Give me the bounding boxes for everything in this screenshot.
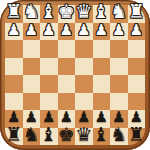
square[interactable] xyxy=(40,75,58,93)
board-frame: ♜♞♝♚♛♝♞♜♟♟♟♟♟♟♟♟♟♟♟♟♟♟♟♟♜♞♝♚♛♝♞♜ xyxy=(0,0,150,150)
square[interactable] xyxy=(110,58,128,76)
square[interactable]: ♞ xyxy=(110,128,128,146)
square[interactable] xyxy=(110,75,128,93)
square[interactable]: ♟ xyxy=(5,23,23,41)
square[interactable] xyxy=(75,40,93,58)
black-rook[interactable]: ♜ xyxy=(128,125,145,144)
square[interactable] xyxy=(58,40,76,58)
square[interactable] xyxy=(110,40,128,58)
square[interactable] xyxy=(93,58,111,76)
chess-board: ♜♞♝♚♛♝♞♜♟♟♟♟♟♟♟♟♟♟♟♟♟♟♟♟♜♞♝♚♛♝♞♜ xyxy=(5,5,145,145)
square[interactable]: ♟ xyxy=(75,23,93,41)
square[interactable]: ♚ xyxy=(58,5,76,23)
white-pawn[interactable]: ♟ xyxy=(95,23,108,38)
black-queen[interactable]: ♛ xyxy=(75,125,92,144)
square[interactable]: ♟ xyxy=(23,23,41,41)
white-pawn[interactable]: ♟ xyxy=(25,23,38,38)
square[interactable] xyxy=(5,40,23,58)
white-pawn[interactable]: ♟ xyxy=(60,23,73,38)
square[interactable] xyxy=(128,40,146,58)
white-pawn[interactable]: ♟ xyxy=(77,23,90,38)
square[interactable] xyxy=(58,58,76,76)
square[interactable] xyxy=(75,75,93,93)
black-knight[interactable]: ♞ xyxy=(23,125,40,144)
square[interactable]: ♚ xyxy=(58,128,76,146)
square[interactable]: ♝ xyxy=(40,128,58,146)
square[interactable]: ♜ xyxy=(128,128,146,146)
square[interactable]: ♟ xyxy=(58,23,76,41)
square[interactable]: ♞ xyxy=(110,5,128,23)
square[interactable] xyxy=(93,75,111,93)
square[interactable] xyxy=(23,58,41,76)
square[interactable]: ♞ xyxy=(23,128,41,146)
square[interactable]: ♜ xyxy=(5,5,23,23)
white-knight[interactable]: ♞ xyxy=(23,2,40,21)
square[interactable] xyxy=(23,40,41,58)
square[interactable]: ♟ xyxy=(128,23,146,41)
square[interactable] xyxy=(128,58,146,76)
chess-app-icon: ♜♞♝♚♛♝♞♜♟♟♟♟♟♟♟♟♟♟♟♟♟♟♟♟♜♞♝♚♛♝♞♜ xyxy=(0,0,150,150)
square[interactable]: ♜ xyxy=(128,5,146,23)
white-pawn[interactable]: ♟ xyxy=(42,23,55,38)
white-rook[interactable]: ♜ xyxy=(5,2,22,21)
square[interactable]: ♟ xyxy=(40,23,58,41)
square[interactable] xyxy=(128,75,146,93)
square[interactable] xyxy=(40,58,58,76)
white-pawn[interactable]: ♟ xyxy=(7,23,20,38)
white-bishop[interactable]: ♝ xyxy=(93,2,110,21)
white-knight[interactable]: ♞ xyxy=(110,2,127,21)
square[interactable] xyxy=(5,75,23,93)
square[interactable]: ♞ xyxy=(23,5,41,23)
square[interactable] xyxy=(58,75,76,93)
white-rook[interactable]: ♜ xyxy=(128,2,145,21)
square[interactable]: ♛ xyxy=(75,5,93,23)
white-pawn[interactable]: ♟ xyxy=(112,23,125,38)
white-queen[interactable]: ♛ xyxy=(75,2,92,21)
square[interactable]: ♝ xyxy=(40,5,58,23)
black-king[interactable]: ♚ xyxy=(58,125,75,144)
black-knight[interactable]: ♞ xyxy=(110,125,127,144)
white-pawn[interactable]: ♟ xyxy=(130,23,143,38)
white-bishop[interactable]: ♝ xyxy=(40,2,57,21)
white-king[interactable]: ♚ xyxy=(58,2,75,21)
square[interactable]: ♝ xyxy=(93,5,111,23)
square[interactable] xyxy=(23,75,41,93)
square[interactable] xyxy=(40,40,58,58)
square[interactable] xyxy=(75,58,93,76)
black-bishop[interactable]: ♝ xyxy=(93,125,110,144)
black-rook[interactable]: ♜ xyxy=(5,125,22,144)
square[interactable]: ♟ xyxy=(110,23,128,41)
square[interactable]: ♛ xyxy=(75,128,93,146)
black-bishop[interactable]: ♝ xyxy=(40,125,57,144)
square[interactable]: ♟ xyxy=(93,23,111,41)
square[interactable]: ♝ xyxy=(93,128,111,146)
square[interactable] xyxy=(5,58,23,76)
square[interactable]: ♜ xyxy=(5,128,23,146)
square[interactable] xyxy=(93,40,111,58)
